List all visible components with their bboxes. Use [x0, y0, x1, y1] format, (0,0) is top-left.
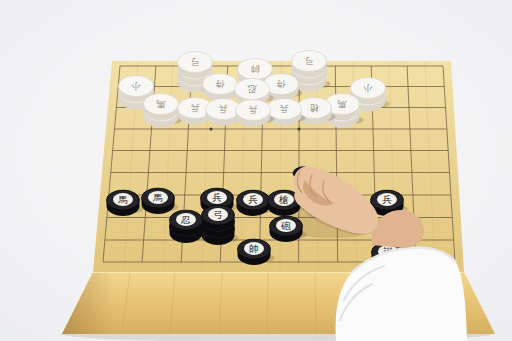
svg-text:兵: 兵 [280, 104, 289, 114]
svg-text:砲: 砲 [280, 220, 291, 231]
svg-text:馬: 馬 [117, 194, 128, 205]
svg-text:弓: 弓 [191, 57, 200, 67]
svg-text:弓: 弓 [213, 209, 223, 220]
svg-text:忍: 忍 [248, 84, 258, 94]
svg-text:馬: 馬 [157, 99, 167, 109]
svg-text:帥: 帥 [249, 243, 259, 254]
svg-text:侍: 侍 [277, 79, 287, 89]
svg-text:馬: 馬 [152, 192, 163, 203]
svg-text:弓: 弓 [305, 56, 314, 66]
star-point [209, 127, 212, 130]
svg-text:小: 小 [364, 83, 374, 93]
piece-black-archer[interactable]: 弓 [202, 205, 239, 245]
svg-text:槍: 槍 [310, 103, 320, 113]
star-point [297, 127, 300, 130]
svg-text:兵: 兵 [248, 194, 258, 205]
svg-text:馬: 馬 [338, 99, 348, 109]
gungi-photo-scene: 弓弓帥侍侍小小忍馬馬兵槍兵兵兵馬兵馬兵槍兵弓忍砲帥謀 [0, 0, 512, 341]
svg-text:侍: 侍 [216, 79, 226, 89]
svg-text:兵: 兵 [219, 104, 228, 114]
svg-text:兵: 兵 [249, 105, 258, 115]
svg-text:兵: 兵 [191, 103, 200, 113]
svg-text:兵: 兵 [382, 194, 392, 205]
svg-text:忍: 忍 [180, 214, 191, 225]
svg-text:帥: 帥 [251, 64, 260, 74]
svg-text:小: 小 [132, 81, 142, 91]
svg-text:槍: 槍 [278, 194, 289, 205]
svg-text:兵: 兵 [212, 192, 222, 203]
